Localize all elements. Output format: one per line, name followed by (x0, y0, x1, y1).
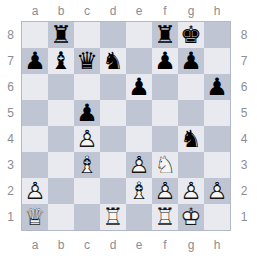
rank-label-6: 6 (231, 74, 257, 100)
chess-board: ♜♜♚♟♝♛♞♟♟♟♟♟♙♞♗♙♘♙♗♙♙♙♕♖♖♔ (21, 21, 231, 231)
square-e2[interactable]: ♗ (126, 178, 152, 204)
square-g2[interactable]: ♙ (178, 178, 204, 204)
file-labels-top: abcdefgh (22, 0, 230, 21)
square-f8[interactable]: ♜ (152, 22, 178, 48)
rank-labels-left: 87654321 (0, 22, 21, 230)
rank-label-3: 3 (231, 152, 257, 178)
square-e7[interactable] (126, 48, 152, 74)
square-g5[interactable] (178, 100, 204, 126)
rank-label-8: 8 (0, 22, 21, 48)
white-bishop-c3[interactable]: ♗ (74, 152, 100, 178)
square-b4[interactable] (48, 126, 74, 152)
square-a1[interactable]: ♕ (22, 204, 48, 230)
file-label-g: g (178, 231, 204, 258)
chess-board-diagram: abcdefgh 87654321 ♜♜♚♟♝♛♞♟♟♟♟♟♙♞♗♙♘♙♗♙♙♙… (0, 0, 257, 258)
square-a3[interactable] (22, 152, 48, 178)
square-a4[interactable] (22, 126, 48, 152)
square-d1[interactable]: ♖ (100, 204, 126, 230)
square-c6[interactable] (74, 74, 100, 100)
file-label-a: a (22, 0, 48, 21)
black-pawn-a7[interactable]: ♟ (22, 48, 48, 74)
rank-label-5: 5 (0, 100, 21, 126)
square-e8[interactable] (126, 22, 152, 48)
black-pawn-h6[interactable]: ♟ (204, 74, 230, 100)
white-rook-f1[interactable]: ♖ (152, 204, 178, 230)
square-e6[interactable]: ♟ (126, 74, 152, 100)
square-b5[interactable] (48, 100, 74, 126)
file-label-b: b (48, 0, 74, 21)
square-g8[interactable]: ♚ (178, 22, 204, 48)
square-h8[interactable] (204, 22, 230, 48)
square-f1[interactable]: ♖ (152, 204, 178, 230)
file-label-a: a (22, 231, 48, 258)
square-f6[interactable] (152, 74, 178, 100)
file-label-b: b (48, 231, 74, 258)
square-b3[interactable] (48, 152, 74, 178)
black-queen-c7[interactable]: ♛ (74, 48, 100, 74)
file-label-g: g (178, 0, 204, 21)
black-knight-d7[interactable]: ♞ (100, 48, 126, 74)
black-pawn-f7[interactable]: ♟ (152, 48, 178, 74)
square-a2[interactable]: ♙ (22, 178, 48, 204)
white-king-g1[interactable]: ♔ (178, 204, 204, 230)
file-label-c: c (74, 0, 100, 21)
square-c3[interactable]: ♗ (74, 152, 100, 178)
square-e4[interactable] (126, 126, 152, 152)
square-c4[interactable]: ♙ (74, 126, 100, 152)
square-h5[interactable] (204, 100, 230, 126)
rank-label-7: 7 (231, 48, 257, 74)
square-g6[interactable] (178, 74, 204, 100)
square-c1[interactable] (74, 204, 100, 230)
file-label-d: d (100, 231, 126, 258)
white-pawn-g2[interactable]: ♙ (178, 178, 204, 204)
square-e5[interactable] (126, 100, 152, 126)
square-b6[interactable] (48, 74, 74, 100)
file-label-f: f (152, 0, 178, 21)
file-labels-bottom: abcdefgh (22, 231, 230, 258)
white-queen-a1[interactable]: ♕ (22, 204, 48, 230)
square-f7[interactable]: ♟ (152, 48, 178, 74)
black-pawn-g7[interactable]: ♟ (178, 48, 204, 74)
square-d2[interactable] (100, 178, 126, 204)
square-b7[interactable]: ♝ (48, 48, 74, 74)
square-d7[interactable]: ♞ (100, 48, 126, 74)
white-pawn-f2[interactable]: ♙ (152, 178, 178, 204)
file-label-c: c (74, 231, 100, 258)
white-pawn-h2[interactable]: ♙ (204, 178, 230, 204)
rank-label-1: 1 (231, 204, 257, 230)
square-h7[interactable] (204, 48, 230, 74)
square-e1[interactable] (126, 204, 152, 230)
file-label-f: f (152, 231, 178, 258)
rank-label-1: 1 (0, 204, 21, 230)
square-h6[interactable]: ♟ (204, 74, 230, 100)
square-c5[interactable]: ♟ (74, 100, 100, 126)
square-h3[interactable] (204, 152, 230, 178)
rank-label-2: 2 (231, 178, 257, 204)
square-e3[interactable]: ♙ (126, 152, 152, 178)
square-d3[interactable] (100, 152, 126, 178)
black-knight-g4[interactable]: ♞ (178, 126, 204, 152)
square-g1[interactable]: ♔ (178, 204, 204, 230)
white-pawn-a2[interactable]: ♙ (22, 178, 48, 204)
white-bishop-e2[interactable]: ♗ (126, 178, 152, 204)
white-rook-d1[interactable]: ♖ (100, 204, 126, 230)
black-rook-b8[interactable]: ♜ (48, 22, 74, 48)
square-d8[interactable] (100, 22, 126, 48)
square-d5[interactable] (100, 100, 126, 126)
square-c7[interactable]: ♛ (74, 48, 100, 74)
black-pawn-e6[interactable]: ♟ (126, 74, 152, 100)
square-g4[interactable]: ♞ (178, 126, 204, 152)
rank-label-4: 4 (0, 126, 21, 152)
rank-label-6: 6 (0, 74, 21, 100)
black-bishop-b7[interactable]: ♝ (48, 48, 74, 74)
white-pawn-e3[interactable]: ♙ (126, 152, 152, 178)
square-b2[interactable] (48, 178, 74, 204)
square-a6[interactable] (22, 74, 48, 100)
square-a5[interactable] (22, 100, 48, 126)
square-h2[interactable]: ♙ (204, 178, 230, 204)
file-label-h: h (204, 231, 230, 258)
rank-label-2: 2 (0, 178, 21, 204)
square-c2[interactable] (74, 178, 100, 204)
white-knight-f3[interactable]: ♘ (152, 152, 178, 178)
rank-label-5: 5 (231, 100, 257, 126)
square-a7[interactable]: ♟ (22, 48, 48, 74)
rank-label-4: 4 (231, 126, 257, 152)
square-g7[interactable]: ♟ (178, 48, 204, 74)
file-label-d: d (100, 0, 126, 21)
square-f3[interactable]: ♘ (152, 152, 178, 178)
rank-label-7: 7 (0, 48, 21, 74)
black-king-g8[interactable]: ♚ (178, 22, 204, 48)
square-b1[interactable] (48, 204, 74, 230)
rank-label-8: 8 (231, 22, 257, 48)
square-h1[interactable] (204, 204, 230, 230)
square-b8[interactable]: ♜ (48, 22, 74, 48)
square-f2[interactable]: ♙ (152, 178, 178, 204)
black-rook-f8[interactable]: ♜ (152, 22, 178, 48)
white-pawn-c4[interactable]: ♙ (74, 126, 100, 152)
square-a8[interactable] (22, 22, 48, 48)
rank-labels-right: 87654321 (231, 22, 257, 230)
square-d4[interactable] (100, 126, 126, 152)
file-label-h: h (204, 0, 230, 21)
file-label-e: e (126, 231, 152, 258)
file-label-e: e (126, 0, 152, 21)
black-pawn-c5[interactable]: ♟ (74, 100, 100, 126)
square-f4[interactable] (152, 126, 178, 152)
square-f5[interactable] (152, 100, 178, 126)
square-d6[interactable] (100, 74, 126, 100)
rank-label-3: 3 (0, 152, 21, 178)
square-c8[interactable] (74, 22, 100, 48)
square-h4[interactable] (204, 126, 230, 152)
square-g3[interactable] (178, 152, 204, 178)
